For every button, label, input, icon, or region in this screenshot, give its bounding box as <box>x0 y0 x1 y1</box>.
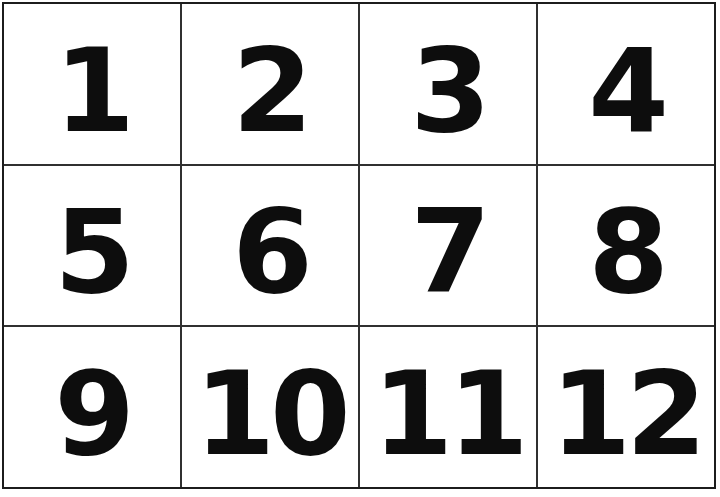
number-card-8[interactable]: 8 <box>538 166 714 326</box>
card-number-label: 8 <box>588 194 664 310</box>
number-card-grid: 1 2 3 4 5 6 7 8 9 10 11 12 <box>2 2 716 489</box>
number-card-2[interactable]: 2 <box>182 4 358 164</box>
number-card-9[interactable]: 9 <box>4 327 180 487</box>
card-number-label: 2 <box>232 33 308 149</box>
number-card-12[interactable]: 12 <box>538 327 714 487</box>
card-number-label: 5 <box>54 194 130 310</box>
number-card-4[interactable]: 4 <box>538 4 714 164</box>
card-number-label: 4 <box>588 33 664 149</box>
card-number-label: 10 <box>195 356 346 472</box>
card-number-label: 7 <box>410 194 486 310</box>
number-card-3[interactable]: 3 <box>360 4 536 164</box>
number-card-5[interactable]: 5 <box>4 166 180 326</box>
number-card-1[interactable]: 1 <box>4 4 180 164</box>
card-number-label: 12 <box>551 356 702 472</box>
card-number-label: 1 <box>54 33 130 149</box>
card-number-label: 9 <box>54 356 130 472</box>
number-card-10[interactable]: 10 <box>182 327 358 487</box>
card-number-label: 11 <box>373 356 524 472</box>
number-card-7[interactable]: 7 <box>360 166 536 326</box>
card-number-label: 3 <box>410 33 486 149</box>
card-number-label: 6 <box>232 194 308 310</box>
number-card-6[interactable]: 6 <box>182 166 358 326</box>
number-card-11[interactable]: 11 <box>360 327 536 487</box>
